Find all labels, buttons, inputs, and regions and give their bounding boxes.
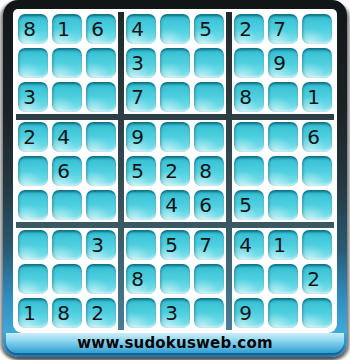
cell-r7c6[interactable]: 7 xyxy=(194,230,224,260)
cell-r2c8[interactable]: 9 xyxy=(268,48,298,78)
cell-r6c3[interactable] xyxy=(86,190,116,220)
cell-r4c2[interactable]: 4 xyxy=(52,122,82,152)
cell-r3c6[interactable] xyxy=(194,82,224,112)
cell-r5c8[interactable] xyxy=(268,156,298,186)
cell-r1c3[interactable]: 6 xyxy=(86,14,116,44)
cell-r2c6[interactable] xyxy=(194,48,224,78)
cell-r1c9[interactable] xyxy=(302,14,332,44)
cell-r4c7[interactable] xyxy=(234,122,264,152)
cell-r1c4[interactable]: 4 xyxy=(126,14,156,44)
cell-r5c5[interactable]: 2 xyxy=(160,156,190,186)
cell-r5c6[interactable]: 8 xyxy=(194,156,224,186)
cell-r2c3[interactable] xyxy=(86,48,116,78)
cell-r1c5[interactable] xyxy=(160,14,190,44)
cell-r9c1[interactable]: 1 xyxy=(18,298,48,328)
cell-r8c9[interactable]: 2 xyxy=(302,264,332,294)
box-6: 65 xyxy=(232,120,334,222)
cell-r9c4[interactable] xyxy=(126,298,156,328)
cell-r3c3[interactable] xyxy=(86,82,116,112)
cell-r7c2[interactable] xyxy=(52,230,82,260)
cell-r5c3[interactable] xyxy=(86,156,116,186)
cell-r4c6[interactable] xyxy=(194,122,224,152)
cell-r6c8[interactable] xyxy=(268,190,298,220)
box-9: 4129 xyxy=(232,228,334,330)
cell-r6c6[interactable]: 6 xyxy=(194,190,224,220)
cell-r4c1[interactable]: 2 xyxy=(18,122,48,152)
cell-r5c7[interactable] xyxy=(234,156,264,186)
box-2: 4537 xyxy=(124,12,226,114)
cell-r1c7[interactable]: 2 xyxy=(234,14,264,44)
cell-r6c1[interactable] xyxy=(18,190,48,220)
cell-r9c7[interactable]: 9 xyxy=(234,298,264,328)
cell-r2c5[interactable] xyxy=(160,48,190,78)
cell-r8c1[interactable] xyxy=(18,264,48,294)
cell-r3c8[interactable] xyxy=(268,82,298,112)
cell-r1c6[interactable]: 5 xyxy=(194,14,224,44)
cell-r5c2[interactable]: 6 xyxy=(52,156,82,186)
cell-r8c5[interactable] xyxy=(160,264,190,294)
cell-r3c5[interactable] xyxy=(160,82,190,112)
box-1: 8163 xyxy=(16,12,118,114)
cell-r7c7[interactable]: 4 xyxy=(234,230,264,260)
cell-r5c9[interactable] xyxy=(302,156,332,186)
cell-r7c5[interactable]: 5 xyxy=(160,230,190,260)
cell-r9c2[interactable]: 8 xyxy=(52,298,82,328)
cell-r7c8[interactable]: 1 xyxy=(268,230,298,260)
cell-r3c9[interactable]: 1 xyxy=(302,82,332,112)
cell-r8c4[interactable]: 8 xyxy=(126,264,156,294)
cell-r8c7[interactable] xyxy=(234,264,264,294)
cell-r9c8[interactable] xyxy=(268,298,298,328)
cell-r9c5[interactable]: 3 xyxy=(160,298,190,328)
cell-r2c4[interactable]: 3 xyxy=(126,48,156,78)
cell-r3c1[interactable]: 3 xyxy=(18,82,48,112)
cell-r1c8[interactable]: 7 xyxy=(268,14,298,44)
board-panel: 816345372798124695284665318257834129 xyxy=(13,9,337,333)
cell-r5c1[interactable] xyxy=(18,156,48,186)
cell-r7c1[interactable] xyxy=(18,230,48,260)
box-5: 952846 xyxy=(124,120,226,222)
cell-r4c4[interactable]: 9 xyxy=(126,122,156,152)
cell-r8c3[interactable] xyxy=(86,264,116,294)
cell-r3c7[interactable]: 8 xyxy=(234,82,264,112)
cell-r2c7[interactable] xyxy=(234,48,264,78)
board-frame: 816345372798124695284665318257834129 www… xyxy=(3,0,347,357)
cell-r3c2[interactable] xyxy=(52,82,82,112)
box-4: 246 xyxy=(16,120,118,222)
cell-r4c5[interactable] xyxy=(160,122,190,152)
cell-r5c4[interactable]: 5 xyxy=(126,156,156,186)
box-8: 5783 xyxy=(124,228,226,330)
cell-r2c9[interactable] xyxy=(302,48,332,78)
cell-r9c9[interactable] xyxy=(302,298,332,328)
cell-r6c4[interactable] xyxy=(126,190,156,220)
cell-r6c9[interactable] xyxy=(302,190,332,220)
website-link[interactable]: www.sudokusweb.com xyxy=(77,334,272,352)
cell-r4c8[interactable] xyxy=(268,122,298,152)
cell-r6c5[interactable]: 4 xyxy=(160,190,190,220)
cell-r1c2[interactable]: 1 xyxy=(52,14,82,44)
box-3: 27981 xyxy=(232,12,334,114)
cell-r2c2[interactable] xyxy=(52,48,82,78)
footer-band: www.sudokusweb.com xyxy=(6,333,344,353)
sudoku-board: 816345372798124695284665318257834129 xyxy=(16,12,334,330)
cell-r6c7[interactable]: 5 xyxy=(234,190,264,220)
cell-r4c9[interactable]: 6 xyxy=(302,122,332,152)
cell-r9c3[interactable]: 2 xyxy=(86,298,116,328)
cell-r6c2[interactable] xyxy=(52,190,82,220)
cell-r7c4[interactable] xyxy=(126,230,156,260)
cell-r2c1[interactable] xyxy=(18,48,48,78)
cell-r3c4[interactable]: 7 xyxy=(126,82,156,112)
sudoku-app: 816345372798124695284665318257834129 www… xyxy=(0,0,350,360)
cell-r8c8[interactable] xyxy=(268,264,298,294)
cell-r1c1[interactable]: 8 xyxy=(18,14,48,44)
cell-r9c6[interactable] xyxy=(194,298,224,328)
cell-r4c3[interactable] xyxy=(86,122,116,152)
cell-r7c3[interactable]: 3 xyxy=(86,230,116,260)
box-7: 3182 xyxy=(16,228,118,330)
cell-r8c6[interactable] xyxy=(194,264,224,294)
cell-r7c9[interactable] xyxy=(302,230,332,260)
cell-r8c2[interactable] xyxy=(52,264,82,294)
